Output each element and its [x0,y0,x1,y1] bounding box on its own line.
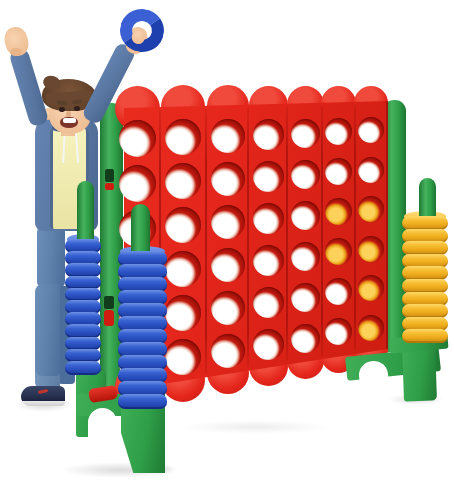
blue-rings-layer [0,0,454,480]
blue-ring [65,361,101,375]
blue-ring [118,394,167,409]
storage-post [77,181,94,248]
blue-ring-storage [0,0,454,480]
scene [0,0,454,480]
